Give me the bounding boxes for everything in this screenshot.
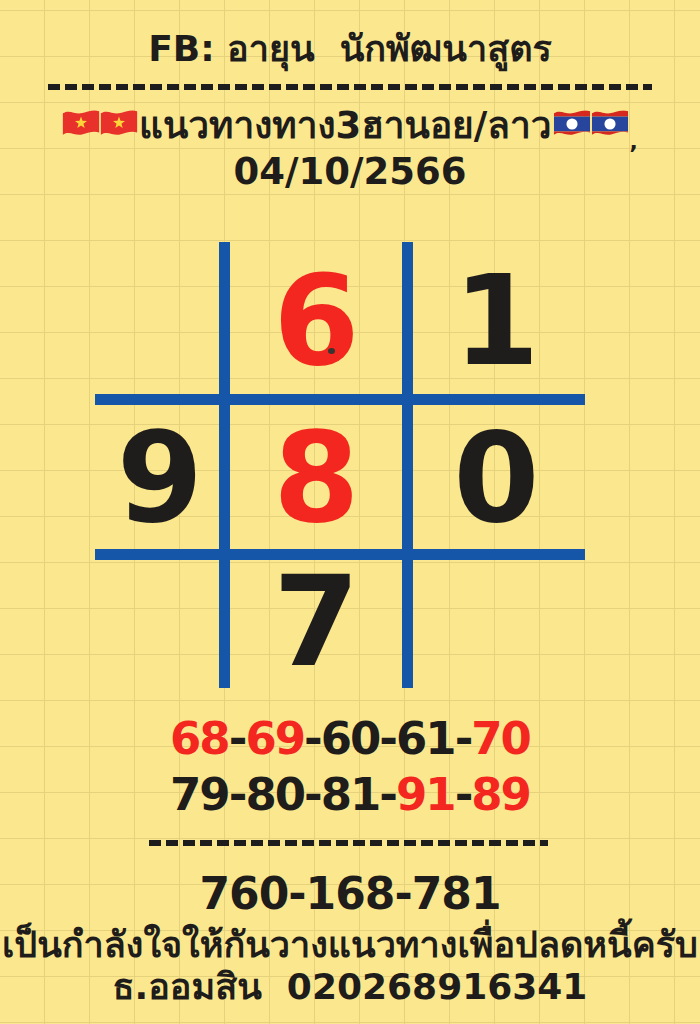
number-segment: 91 — [396, 768, 455, 821]
board-cell-0: 0 — [408, 400, 585, 555]
number-segment: - — [304, 768, 321, 821]
draw-date: 04/10/2566 — [0, 150, 700, 193]
number-segment: 80 — [245, 768, 304, 821]
bank-account-line: ธ.ออมสิน 020268916341 — [0, 958, 700, 1015]
grid-horizontal-line-top — [95, 394, 585, 405]
grid-vertical-line-left — [219, 242, 230, 688]
board-cell-9: 9 — [95, 400, 225, 555]
number-segment: - — [379, 768, 396, 821]
number-segment: - — [455, 768, 472, 821]
number-segment: 60 — [321, 712, 380, 765]
number-segment: - — [229, 712, 246, 765]
number-segment: 79 — [170, 768, 229, 821]
headline-text: แนวทางทาง3ฮานอย/ลาว — [139, 104, 551, 148]
triple-number-line: 760-168-781 — [0, 868, 700, 919]
grid-vertical-line-right — [402, 242, 413, 688]
left-flag-group — [62, 108, 138, 144]
pair-number-row-1: 68-69-60-61-70 — [0, 714, 700, 764]
number-segment: - — [304, 712, 321, 765]
board-cell-6: 6 — [225, 242, 408, 400]
board-cell-empty — [95, 555, 225, 688]
number-segment: - — [379, 712, 396, 765]
trailing-comma-mark: , — [630, 135, 638, 148]
number-segment: 89 — [471, 768, 530, 821]
page-title: FB: อายุน นักพัฒนาสูตร — [0, 20, 700, 77]
grid-horizontal-line-bottom — [95, 549, 585, 560]
number-segment: 68 — [170, 712, 229, 765]
headline-row: แนวทางทาง3ฮานอย/ลาว , — [0, 104, 700, 148]
board-cell-empty — [408, 555, 585, 688]
bottom-dashed-divider — [149, 840, 548, 846]
lottery-tip-sheet: FB: อายุน นักพัฒนาสูตร แนวทางทาง3ฮานอย/ล… — [0, 0, 700, 1024]
board-cell-1: 1 — [408, 242, 585, 400]
number-segment: 61 — [396, 712, 455, 765]
number-grid-board: 619807 — [95, 242, 585, 688]
number-segment: 81 — [321, 768, 380, 821]
vietnam-flag-icon — [99, 108, 139, 140]
vietnam-flag-icon — [61, 108, 101, 140]
board-cell-7: 7 — [225, 555, 408, 688]
number-segment: - — [455, 712, 472, 765]
number-segment: 69 — [245, 712, 304, 765]
laos-flag-icon — [590, 108, 630, 140]
stray-dot-mark — [328, 348, 335, 354]
number-segment: - — [229, 768, 246, 821]
pair-number-row-2: 79-80-81-91-89 — [0, 770, 700, 820]
right-flag-group — [553, 108, 629, 144]
laos-flag-icon — [552, 108, 592, 140]
number-segment: 70 — [471, 712, 530, 765]
board-cell-8: 8 — [225, 400, 408, 555]
board-cell-empty — [95, 242, 225, 400]
top-dashed-divider — [48, 84, 652, 90]
